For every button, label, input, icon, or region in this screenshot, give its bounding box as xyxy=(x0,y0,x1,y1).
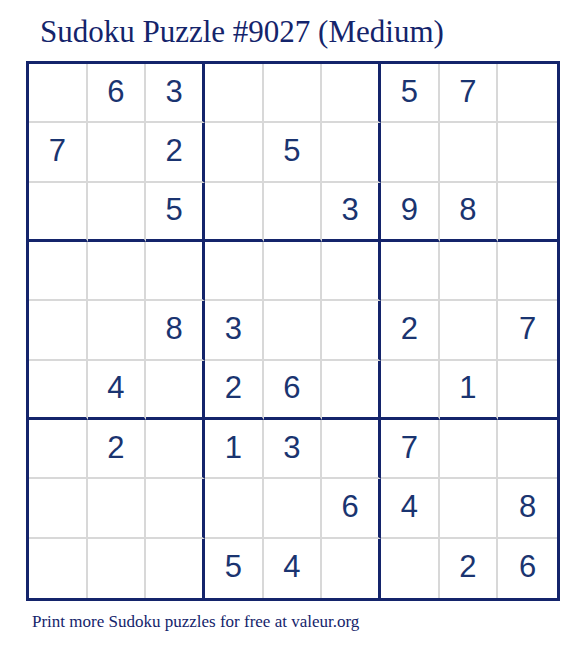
cell-r3c1 xyxy=(29,183,88,242)
cell-r3c9 xyxy=(498,183,557,242)
cell-r7c5: 3 xyxy=(264,420,323,479)
cell-r8c6: 6 xyxy=(322,479,381,538)
cell-r4c3 xyxy=(146,242,205,301)
cell-r7c6 xyxy=(322,420,381,479)
cell-r3c4 xyxy=(205,183,264,242)
cell-r4c6 xyxy=(322,242,381,301)
cell-r6c5: 6 xyxy=(264,361,323,420)
cell-r9c2 xyxy=(88,539,147,598)
cell-r4c2 xyxy=(88,242,147,301)
sudoku-page: Sudoku Puzzle #9027 (Medium) 63577255398… xyxy=(0,0,574,651)
cell-r9c1 xyxy=(29,539,88,598)
cell-r9c5: 4 xyxy=(264,539,323,598)
cell-r8c8 xyxy=(440,479,499,538)
cell-r6c9 xyxy=(498,361,557,420)
cell-r7c4: 1 xyxy=(205,420,264,479)
cell-r9c6 xyxy=(322,539,381,598)
cell-r7c3 xyxy=(146,420,205,479)
sudoku-grid: 635772553988327426121376485426 xyxy=(26,61,560,601)
cell-r3c7: 9 xyxy=(381,183,440,242)
cell-r1c7: 5 xyxy=(381,64,440,123)
cell-r1c2: 6 xyxy=(88,64,147,123)
cell-r7c7: 7 xyxy=(381,420,440,479)
cell-r5c7: 2 xyxy=(381,301,440,360)
cell-r8c5 xyxy=(264,479,323,538)
cell-r6c1 xyxy=(29,361,88,420)
cell-r9c4: 5 xyxy=(205,539,264,598)
cell-r5c3: 8 xyxy=(146,301,205,360)
cell-r4c9 xyxy=(498,242,557,301)
cell-r5c2 xyxy=(88,301,147,360)
cell-r6c8: 1 xyxy=(440,361,499,420)
cell-r6c4: 2 xyxy=(205,361,264,420)
cell-r2c2 xyxy=(88,123,147,182)
cell-r2c1: 7 xyxy=(29,123,88,182)
cell-r8c2 xyxy=(88,479,147,538)
cell-r7c1 xyxy=(29,420,88,479)
cell-r2c8 xyxy=(440,123,499,182)
cell-r7c2: 2 xyxy=(88,420,147,479)
cell-r4c4 xyxy=(205,242,264,301)
cell-r9c3 xyxy=(146,539,205,598)
cell-r8c7: 4 xyxy=(381,479,440,538)
cell-r5c1 xyxy=(29,301,88,360)
cell-r9c9: 6 xyxy=(498,539,557,598)
cell-r8c1 xyxy=(29,479,88,538)
cell-r1c5 xyxy=(264,64,323,123)
cell-r8c3 xyxy=(146,479,205,538)
cell-r1c1 xyxy=(29,64,88,123)
cell-r2c7 xyxy=(381,123,440,182)
cell-r1c4 xyxy=(205,64,264,123)
cell-r2c9 xyxy=(498,123,557,182)
cell-r2c4 xyxy=(205,123,264,182)
cell-r5c6 xyxy=(322,301,381,360)
cell-r1c9 xyxy=(498,64,557,123)
footer-text: Print more Sudoku puzzles for free at va… xyxy=(32,612,359,632)
cell-r3c8: 8 xyxy=(440,183,499,242)
cell-r1c3: 3 xyxy=(146,64,205,123)
cell-r2c5: 5 xyxy=(264,123,323,182)
cell-r6c3 xyxy=(146,361,205,420)
cell-r4c7 xyxy=(381,242,440,301)
cell-r9c8: 2 xyxy=(440,539,499,598)
cell-r1c8: 7 xyxy=(440,64,499,123)
cell-r5c5 xyxy=(264,301,323,360)
cell-r3c3: 5 xyxy=(146,183,205,242)
cell-r9c7 xyxy=(381,539,440,598)
cell-r4c8 xyxy=(440,242,499,301)
cell-r8c9: 8 xyxy=(498,479,557,538)
cell-r2c6 xyxy=(322,123,381,182)
cell-r4c5 xyxy=(264,242,323,301)
cell-r3c5 xyxy=(264,183,323,242)
cell-r8c4 xyxy=(205,479,264,538)
cell-r7c9 xyxy=(498,420,557,479)
cell-r7c8 xyxy=(440,420,499,479)
cell-r1c6 xyxy=(322,64,381,123)
cell-r2c3: 2 xyxy=(146,123,205,182)
cell-r5c8 xyxy=(440,301,499,360)
cell-r6c6 xyxy=(322,361,381,420)
page-title: Sudoku Puzzle #9027 (Medium) xyxy=(40,14,444,50)
cell-r5c9: 7 xyxy=(498,301,557,360)
cell-r6c7 xyxy=(381,361,440,420)
cell-r6c2: 4 xyxy=(88,361,147,420)
cell-r5c4: 3 xyxy=(205,301,264,360)
cell-r3c2 xyxy=(88,183,147,242)
cell-r4c1 xyxy=(29,242,88,301)
cell-r3c6: 3 xyxy=(322,183,381,242)
